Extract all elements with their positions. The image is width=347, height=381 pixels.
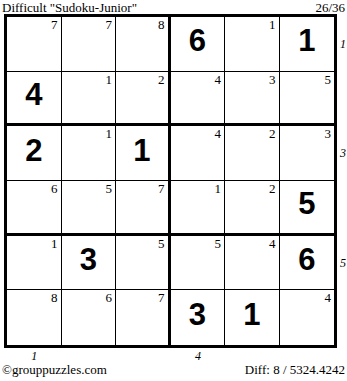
corner-mark: 4	[215, 72, 222, 87]
corner-mark: 1	[106, 126, 113, 141]
corner-mark: 2	[269, 181, 276, 196]
corner-mark: 5	[215, 236, 222, 251]
cell-r2c1[interactable]: 4	[7, 72, 62, 127]
corner-mark: 2	[158, 72, 165, 87]
cell-r1c2[interactable]: 7	[62, 17, 117, 72]
cell-r3c2[interactable]: 1	[62, 126, 117, 181]
corner-mark: 6	[106, 290, 113, 305]
corner-mark: 2	[269, 126, 276, 141]
cell-r3c4[interactable]: 4	[171, 126, 226, 181]
corner-mark: 3	[269, 72, 276, 87]
cell-r6c3[interactable]: 7	[116, 290, 171, 345]
cell-r6c5[interactable]: 1	[225, 290, 280, 345]
corner-mark: 7	[158, 181, 165, 196]
cell-r5c2[interactable]: 3	[62, 236, 117, 291]
copyright-text: ©grouppuzzles.com	[2, 362, 107, 378]
cell-r2c4[interactable]: 4	[171, 72, 226, 127]
cell-r5c1[interactable]: 1	[7, 236, 62, 291]
corner-mark: 8	[51, 290, 58, 305]
difficulty-text: Diff: 8 / 5324.4242	[245, 362, 345, 378]
corner-mark: 1	[269, 17, 276, 32]
given-digit: 1	[243, 299, 260, 330]
given-digit: 5	[298, 188, 315, 219]
corner-mark: 6	[51, 181, 58, 196]
cell-r4c6[interactable]: 5	[280, 181, 335, 236]
corner-mark: 8	[158, 17, 165, 32]
cell-r2c5[interactable]: 3	[225, 72, 280, 127]
corner-mark: 4	[215, 126, 222, 141]
cell-r4c2[interactable]: 5	[62, 181, 117, 236]
corner-mark: 7	[158, 290, 165, 305]
corner-mark: 5	[325, 72, 332, 87]
cell-r3c3[interactable]: 1	[116, 126, 171, 181]
cell-r3c1[interactable]: 2	[7, 126, 62, 181]
given-digit: 1	[298, 25, 315, 56]
cell-r5c5[interactable]: 4	[225, 236, 280, 291]
cell-r1c3[interactable]: 8	[116, 17, 171, 72]
col-label-4: 4	[195, 350, 201, 362]
cell-r6c4[interactable]: 3	[171, 290, 226, 345]
cell-r4c1[interactable]: 6	[7, 181, 62, 236]
given-digit: 4	[25, 79, 42, 110]
corner-mark: 3	[325, 126, 332, 141]
corner-mark: 1	[215, 181, 222, 196]
cell-r1c4[interactable]: 6	[171, 17, 226, 72]
given-digit: 6	[189, 25, 206, 56]
cell-r5c4[interactable]: 5	[171, 236, 226, 291]
corner-mark: 7	[106, 17, 113, 32]
corner-mark: 1	[106, 72, 113, 87]
cell-r2c3[interactable]: 2	[116, 72, 171, 127]
cell-r3c6[interactable]: 3	[280, 126, 335, 181]
row-label-3: 3	[340, 147, 347, 159]
cell-r4c3[interactable]: 7	[116, 181, 171, 236]
given-digit: 2	[25, 135, 42, 166]
row-label-1: 1	[340, 38, 347, 50]
cell-r2c2[interactable]: 1	[62, 72, 117, 127]
corner-mark: 4	[269, 236, 276, 251]
cell-r6c2[interactable]: 6	[62, 290, 117, 345]
corner-mark: 1	[51, 236, 58, 251]
cell-r5c3[interactable]: 5	[116, 236, 171, 291]
cell-r6c6[interactable]: 4	[280, 290, 335, 345]
row-label-5: 5	[340, 257, 347, 269]
cell-r4c4[interactable]: 1	[171, 181, 226, 236]
cell-r4c5[interactable]: 2	[225, 181, 280, 236]
col-label-1: 1	[31, 350, 37, 362]
puzzle-page: Difficult "Sudoku-Junior" 26/36 77861141…	[0, 0, 347, 381]
cell-r6c1[interactable]: 8	[7, 290, 62, 345]
corner-mark: 7	[51, 17, 58, 32]
given-digit: 6	[298, 244, 315, 275]
cell-r5c6[interactable]: 6	[280, 236, 335, 291]
cell-r1c1[interactable]: 7	[7, 17, 62, 72]
cell-r2c6[interactable]: 5	[280, 72, 335, 127]
corner-mark: 5	[158, 236, 165, 251]
given-digit: 3	[189, 299, 206, 330]
corner-mark: 5	[106, 181, 113, 196]
cell-r1c5[interactable]: 1	[225, 17, 280, 72]
corner-mark: 4	[325, 290, 332, 305]
sudoku-board: 778611412435211423657125135546867314	[4, 14, 337, 348]
given-digit: 3	[80, 244, 97, 275]
given-digit: 1	[133, 135, 150, 166]
cell-r3c5[interactable]: 2	[225, 126, 280, 181]
cell-r1c6[interactable]: 1	[280, 17, 335, 72]
